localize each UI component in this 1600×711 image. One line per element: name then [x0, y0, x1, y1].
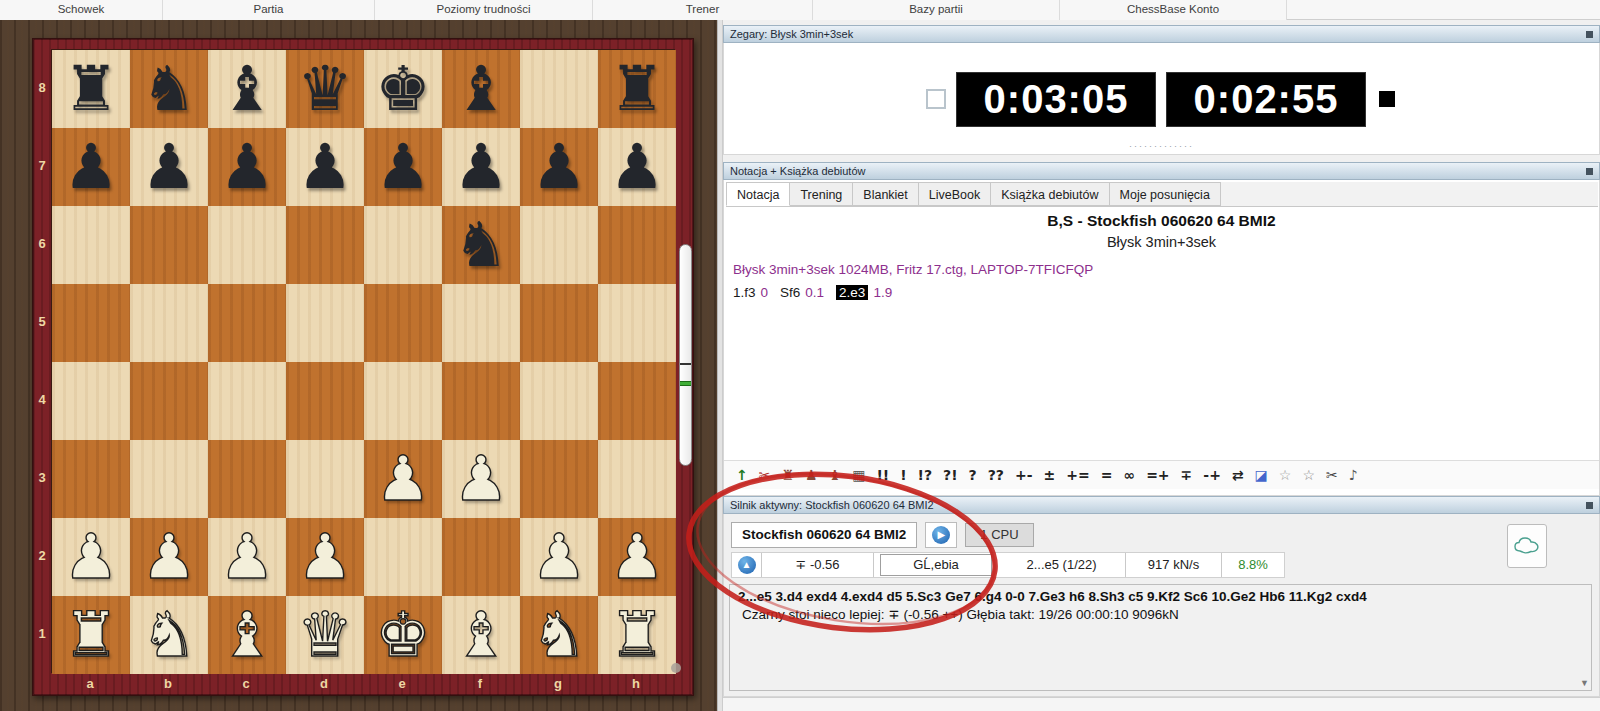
symbol-black-slightly-better[interactable]: =+: [1146, 467, 1169, 483]
white-piece-b: ♝: [219, 596, 275, 674]
depth-button[interactable]: GĹ,ebia: [880, 554, 992, 576]
board-resize-handle[interactable]: [671, 663, 681, 673]
splitter-dots[interactable]: ·············: [1129, 141, 1194, 151]
square-f7[interactable]: ♟: [442, 128, 520, 206]
eraser-icon[interactable]: ◪: [1255, 467, 1268, 483]
rank-label-5: 5: [33, 283, 51, 361]
file-label-e: e: [363, 675, 441, 695]
tab-moje-posuni-cia[interactable]: Moje posunięcia: [1110, 182, 1221, 206]
tab-ksi-ka-debiut-w[interactable]: Książka debiutów: [991, 182, 1109, 206]
symbol-equal[interactable]: =: [1101, 467, 1113, 483]
white-piece-p: ♟: [453, 440, 509, 518]
menu-item-trener[interactable]: Trener: [593, 0, 813, 20]
white-piece-r: ♜: [63, 596, 119, 674]
square-g6[interactable]: [520, 206, 598, 284]
menu-item-schowek[interactable]: Schowek: [0, 0, 163, 20]
symbol-unclear[interactable]: ∞: [1123, 467, 1135, 483]
square-a7[interactable]: ♟: [52, 128, 130, 206]
white-piece-p: ♟: [531, 518, 587, 596]
white-piece-p: ♟: [297, 518, 353, 596]
black-piece-p: ♟: [219, 128, 275, 206]
square-h1[interactable]: ♜: [598, 596, 676, 674]
arrow-up-icon[interactable]: ↑: [736, 467, 748, 483]
black-piece-q: ♛: [297, 50, 353, 128]
square-d8[interactable]: ♛: [286, 50, 364, 128]
tab-livebook[interactable]: LiveBook: [919, 182, 991, 206]
square-f4[interactable]: [442, 362, 520, 440]
game-title: B,S - Stockfish 060620 64 BMI2: [724, 212, 1599, 230]
square-b6[interactable]: [130, 206, 208, 284]
move-time: 0: [761, 285, 769, 300]
file-label-b: b: [129, 675, 207, 695]
menu-item-partia[interactable]: Partia: [163, 0, 375, 20]
cloud-icon: [1512, 535, 1542, 557]
square-c8[interactable]: ♝: [208, 50, 286, 128]
black-piece-n: ♞: [141, 50, 197, 128]
square-b7[interactable]: ♟: [130, 128, 208, 206]
pawn-icon[interactable]: ♟: [805, 467, 818, 483]
engine-assessment: Czarny stoi nieco lepiej: ∓ (-0.56 ++) G…: [738, 606, 1583, 622]
black-piece-p: ♟: [531, 128, 587, 206]
engine-eval: ∓ -0.56: [762, 553, 874, 577]
black-piece-b: ♝: [219, 50, 275, 128]
black-piece-p: ♟: [453, 128, 509, 206]
star-icon[interactable]: ☆: [1279, 467, 1292, 483]
square-c2[interactable]: ♟: [208, 518, 286, 596]
engine-panel-header: Silnik aktywny: Stockfish 060620 64 BMI2: [723, 496, 1600, 514]
square-h7[interactable]: ♟: [598, 128, 676, 206]
square-c5[interactable]: [208, 284, 286, 362]
media-annotation-icon[interactable]: ♪: [1349, 467, 1358, 483]
evaluation-marker[interactable]: [680, 381, 691, 386]
move-Sf6[interactable]: Sf6: [780, 285, 800, 300]
white-piece-p: ♟: [375, 440, 431, 518]
evaluation-center-line: [680, 363, 691, 365]
symbol-good[interactable]: !: [900, 467, 906, 483]
black-piece-n: ♞: [453, 206, 509, 284]
symbol-brilliant[interactable]: !!: [876, 467, 889, 483]
square-g2[interactable]: ♟: [520, 518, 598, 596]
square-c4[interactable]: [208, 362, 286, 440]
cloud-engine-button[interactable]: [1507, 524, 1547, 568]
rank-label-2: 2: [33, 517, 51, 595]
square-d1[interactable]: ♛: [286, 596, 364, 674]
square-b2[interactable]: ♟: [130, 518, 208, 596]
square-g7[interactable]: ♟: [520, 128, 598, 206]
square-e7[interactable]: ♟: [364, 128, 442, 206]
black-piece-p: ♟: [63, 128, 119, 206]
black-piece-p: ♟: [141, 128, 197, 206]
engine-hash-usage: 8.8%: [1222, 553, 1284, 577]
menu-item-chessbase-konto[interactable]: ChessBase Konto: [1060, 0, 1287, 20]
rank-label-8: 8: [33, 49, 51, 127]
engine-play-button[interactable]: ▶: [925, 522, 957, 548]
annotation-toolbar: ↑✂♜♟♝▦!!!!??!???+-±+==∞=+∓-+⇄◪☆☆✂♪: [724, 460, 1599, 489]
square-g4[interactable]: [520, 362, 598, 440]
square-f6[interactable]: ♞: [442, 206, 520, 284]
white-piece-n: ♞: [141, 596, 197, 674]
square-h6[interactable]: [598, 206, 676, 284]
menu-filler: [1287, 0, 1600, 19]
square-h2[interactable]: ♟: [598, 518, 676, 596]
white-piece-b: ♝: [453, 596, 509, 674]
square-h4[interactable]: [598, 362, 676, 440]
square-g5[interactable]: [520, 284, 598, 362]
square-g8[interactable]: [520, 50, 598, 128]
square-a3[interactable]: [52, 440, 130, 518]
black-piece-p: ♟: [297, 128, 353, 206]
symbol-white-slightly-better[interactable]: +=: [1066, 467, 1089, 483]
square-h5[interactable]: [598, 284, 676, 362]
scissors-icon[interactable]: ✂: [1326, 467, 1338, 483]
play-icon: ▶: [932, 526, 950, 544]
symbol-black-better[interactable]: ∓: [1181, 467, 1193, 483]
black-piece-b: ♝: [453, 50, 509, 128]
black-piece-r: ♜: [609, 50, 665, 128]
square-c3[interactable]: [208, 440, 286, 518]
symbol-white-winning[interactable]: +-: [1015, 467, 1033, 483]
square-b8[interactable]: ♞: [130, 50, 208, 128]
white-piece-n: ♞: [531, 596, 587, 674]
square-d7[interactable]: ♟: [286, 128, 364, 206]
move-1f3[interactable]: 1.f3: [733, 285, 756, 300]
file-label-h: h: [597, 675, 675, 695]
engine-panel-title: Silnik aktywny: Stockfish 060620 64 BMI2: [730, 499, 934, 511]
rank-label-3: 3: [33, 439, 51, 517]
black-clock: 0:02:55: [1166, 72, 1366, 127]
symbol-counterplay[interactable]: ⇄: [1232, 467, 1244, 483]
white-piece-r: ♜: [609, 596, 665, 674]
symbol-blunder[interactable]: ??: [988, 467, 1004, 483]
engine-output: 2...e5 3.d4 exd4 4.exd4 d5 5.Sc3 Ge7 6.g…: [729, 584, 1592, 691]
menu-bar: SchowekPartiaPoziomy trudnościTrenerBazy…: [0, 0, 1600, 20]
white-clock: 0:03:05: [956, 72, 1156, 127]
square-a1[interactable]: ♜: [52, 596, 130, 674]
bishop-icon[interactable]: ♝: [829, 467, 842, 483]
file-labels: abcdefgh: [51, 675, 675, 695]
square-a6[interactable]: [52, 206, 130, 284]
star-sparkle-icon[interactable]: ☆: [1302, 467, 1315, 483]
square-e1[interactable]: ♚: [364, 596, 442, 674]
symbol-black-winning[interactable]: -+: [1203, 467, 1221, 483]
notation-tabs: NotacjaTreningBlankietLiveBookKsiążka de…: [726, 182, 1598, 207]
tab-blankiet[interactable]: Blankiet: [853, 182, 918, 206]
rank-label-1: 1: [33, 595, 51, 673]
white-piece-p: ♟: [219, 518, 275, 596]
square-b5[interactable]: [130, 284, 208, 362]
status-strip: [723, 697, 1600, 711]
evaluation-slider[interactable]: [679, 244, 692, 466]
notation-panel-title: Notacja + Książka debiutów: [730, 165, 865, 177]
side-to-move-indicator: [1379, 91, 1395, 107]
engine-select-button[interactable]: Stockfish 060620 64 BMI2: [731, 522, 917, 548]
move-2e3[interactable]: 2.e3: [836, 285, 868, 300]
square-e3[interactable]: ♟: [364, 440, 442, 518]
file-label-g: g: [519, 675, 597, 695]
white-piece-p: ♟: [63, 518, 119, 596]
square-a2[interactable]: ♟: [52, 518, 130, 596]
rank-label-6: 6: [33, 205, 51, 283]
rank-label-7: 7: [33, 127, 51, 205]
scroll-down-arrow[interactable]: ▼: [1580, 678, 1589, 688]
square-b3[interactable]: [130, 440, 208, 518]
notation-panel-header: Notacja + Książka debiutów: [723, 162, 1600, 180]
pin-icon[interactable]: [1586, 168, 1593, 175]
square-f8[interactable]: ♝: [442, 50, 520, 128]
board-grid: ♜♞♝♛♚♝♜♟♟♟♟♟♟♟♟♞♟♟♟♟♟♟♟♟♜♞♝♛♚♝♞♜: [51, 49, 675, 673]
square-a5[interactable]: [52, 284, 130, 362]
symbol-dubious[interactable]: ?!: [943, 467, 958, 483]
clock-panel-title: Zegary: Błysk 3min+3sek: [730, 28, 853, 40]
clock-checkbox[interactable]: [926, 89, 946, 109]
square-e2[interactable]: [364, 518, 442, 596]
rank-label-4: 4: [33, 361, 51, 439]
square-e8[interactable]: ♚: [364, 50, 442, 128]
square-a8[interactable]: ♜: [52, 50, 130, 128]
square-d3[interactable]: [286, 440, 364, 518]
square-d4[interactable]: [286, 362, 364, 440]
tab-trening[interactable]: Trening: [790, 182, 853, 206]
menu-item-bazy-partii[interactable]: Bazy partii: [813, 0, 1060, 20]
move-time: 0.1: [805, 285, 824, 300]
board-icon[interactable]: ▦: [852, 467, 865, 483]
menu-item-poziomy-trudno-ci[interactable]: Poziomy trudności: [375, 0, 593, 20]
rank-labels: 87654321: [33, 49, 51, 673]
pin-icon[interactable]: [1586, 31, 1593, 38]
square-e6[interactable]: [364, 206, 442, 284]
chess-board: 87654321 abcdefgh ♜♞♝♛♚♝♜♟♟♟♟♟♟♟♟♞♟♟♟♟♟♟…: [32, 38, 694, 696]
cut-icon[interactable]: ✂: [759, 467, 771, 483]
square-f3[interactable]: ♟: [442, 440, 520, 518]
square-c7[interactable]: ♟: [208, 128, 286, 206]
square-b1[interactable]: ♞: [130, 596, 208, 674]
square-g1[interactable]: ♞: [520, 596, 598, 674]
symbol-mistake[interactable]: ?: [969, 467, 977, 483]
square-f2[interactable]: [442, 518, 520, 596]
square-f5[interactable]: [442, 284, 520, 362]
black-piece-p: ♟: [609, 128, 665, 206]
engine-current-move: 2...e5 (1/22): [998, 553, 1126, 577]
square-d2[interactable]: ♟: [286, 518, 364, 596]
white-piece-k: ♚: [375, 596, 431, 674]
square-d5[interactable]: [286, 284, 364, 362]
symbol-white-better[interactable]: ±: [1044, 467, 1056, 483]
square-g3[interactable]: [520, 440, 598, 518]
engine-speed: 917 kN/s: [1126, 553, 1222, 577]
square-h8[interactable]: ♜: [598, 50, 676, 128]
tab-notacja[interactable]: Notacja: [726, 182, 790, 206]
white-piece-p: ♟: [609, 518, 665, 596]
pin-icon[interactable]: [1586, 502, 1593, 509]
notation-panel: NotacjaTreningBlankietLiveBookKsiążka de…: [723, 180, 1600, 496]
rook-icon[interactable]: ♜: [781, 467, 794, 483]
move-time: 1.9: [873, 285, 892, 300]
engine-panel: Stockfish 060620 64 BMI2 ▶ 1 CPU ▲ ∓ -0.…: [723, 514, 1600, 697]
file-label-a: a: [51, 675, 129, 695]
file-label-d: d: [285, 675, 363, 695]
black-piece-k: ♚: [375, 50, 431, 128]
square-c6[interactable]: [208, 206, 286, 284]
black-piece-p: ♟: [375, 128, 431, 206]
move-list: 1.f30Sf60.12.e31.9: [733, 285, 904, 300]
white-piece-q: ♛: [297, 596, 353, 674]
file-label-f: f: [441, 675, 519, 695]
white-piece-p: ♟: [141, 518, 197, 596]
game-subtitle: Błysk 3min+3sek: [724, 234, 1599, 250]
square-a4[interactable]: [52, 362, 130, 440]
file-label-c: c: [207, 675, 285, 695]
engine-pv-line[interactable]: 2...e5 3.d4 exd4 4.exd4 d5 5.Sc3 Ge7 6.g…: [738, 589, 1583, 604]
square-h3[interactable]: [598, 440, 676, 518]
square-f1[interactable]: ♝: [442, 596, 520, 674]
symbol-interesting[interactable]: !?: [918, 467, 933, 483]
arrow-up-icon: ▲: [738, 556, 756, 574]
black-piece-r: ♜: [63, 50, 119, 128]
engine-arrow-button[interactable]: ▲: [732, 553, 762, 577]
square-d6[interactable]: [286, 206, 364, 284]
game-header-line: Błysk 3min+3sek 1024MB, Fritz 17.ctg, LA…: [733, 262, 1093, 277]
square-e5[interactable]: [364, 284, 442, 362]
square-c1[interactable]: ♝: [208, 596, 286, 674]
clock-panel-header: Zegary: Błysk 3min+3sek: [723, 25, 1600, 43]
square-b4[interactable]: [130, 362, 208, 440]
cpu-button[interactable]: 1 CPU: [965, 523, 1033, 547]
square-e4[interactable]: [364, 362, 442, 440]
clock-panel: 0:03:05 0:02:55 ·············: [723, 43, 1600, 155]
